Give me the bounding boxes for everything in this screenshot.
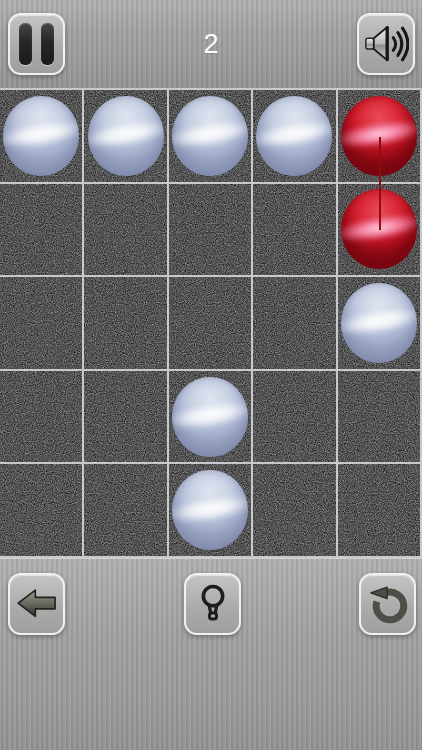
move-trace-line (379, 137, 381, 231)
cell-r5c3[interactable] (169, 464, 253, 558)
bottom-bar (0, 558, 422, 750)
cell-r1c1[interactable] (0, 90, 84, 184)
cell-r1c4[interactable] (253, 90, 337, 184)
cell-r2c4[interactable] (253, 184, 337, 278)
cell-r3c1[interactable] (0, 277, 84, 371)
cell-r4c4[interactable] (253, 371, 337, 465)
game-board (0, 88, 422, 558)
white-ball[interactable] (341, 283, 417, 363)
lightbulb-icon (193, 580, 233, 628)
cell-r4c5[interactable] (338, 371, 422, 465)
cell-r5c1[interactable] (0, 464, 84, 558)
back-button[interactable] (8, 573, 65, 635)
sound-button[interactable] (357, 13, 415, 75)
cell-r1c3[interactable] (169, 90, 253, 184)
cell-r3c4[interactable] (253, 277, 337, 371)
cell-r3c5[interactable] (338, 277, 422, 371)
board-grid (0, 90, 422, 558)
white-ball[interactable] (256, 96, 332, 176)
back-arrow-icon (14, 581, 60, 627)
white-ball[interactable] (172, 96, 248, 176)
cell-r2c2[interactable] (84, 184, 168, 278)
white-ball[interactable] (3, 96, 79, 176)
cell-r4c1[interactable] (0, 371, 84, 465)
cell-r4c2[interactable] (84, 371, 168, 465)
cell-r4c3[interactable] (169, 371, 253, 465)
cell-r5c4[interactable] (253, 464, 337, 558)
cell-r2c3[interactable] (169, 184, 253, 278)
speaker-icon (363, 19, 409, 69)
cell-r1c2[interactable] (84, 90, 168, 184)
cell-r3c3[interactable] (169, 277, 253, 371)
cell-r3c2[interactable] (84, 277, 168, 371)
app-window: 2 (0, 0, 422, 750)
restart-icon (365, 581, 411, 627)
top-bar: 2 (0, 0, 422, 89)
white-ball[interactable] (88, 96, 164, 176)
cell-r5c5[interactable] (338, 464, 422, 558)
hint-button[interactable] (184, 573, 241, 635)
white-ball[interactable] (172, 470, 248, 550)
restart-button[interactable] (359, 573, 416, 635)
white-ball[interactable] (172, 377, 248, 457)
cell-r2c1[interactable] (0, 184, 84, 278)
cell-r5c2[interactable] (84, 464, 168, 558)
